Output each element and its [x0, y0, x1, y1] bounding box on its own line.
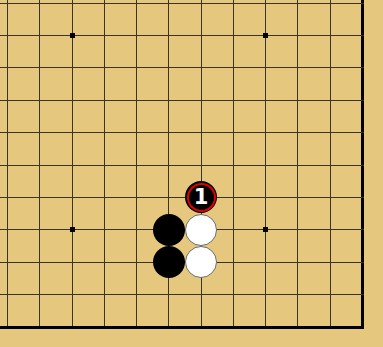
white-stone[interactable]	[185, 246, 217, 278]
grid-line-horizontal	[0, 3, 364, 4]
grid-line-horizontal	[0, 132, 364, 133]
grid-line-horizontal	[0, 165, 364, 166]
grid-line-horizontal	[0, 67, 364, 68]
black-stone[interactable]: 1	[185, 181, 217, 213]
star-point	[263, 33, 268, 38]
black-stone[interactable]	[153, 214, 185, 246]
white-stone[interactable]	[185, 214, 217, 246]
grid-line-horizontal	[0, 294, 364, 295]
go-board[interactable]: 1	[0, 0, 383, 347]
star-point	[263, 227, 268, 232]
star-point	[70, 33, 75, 38]
board-edge-line-bottom	[0, 326, 364, 329]
black-stone[interactable]	[153, 246, 185, 278]
grid-line-horizontal	[0, 100, 364, 101]
grid-line-horizontal	[0, 197, 364, 198]
grid-line-horizontal	[0, 35, 364, 36]
star-point	[70, 227, 75, 232]
move-number-label: 1	[194, 187, 209, 208]
